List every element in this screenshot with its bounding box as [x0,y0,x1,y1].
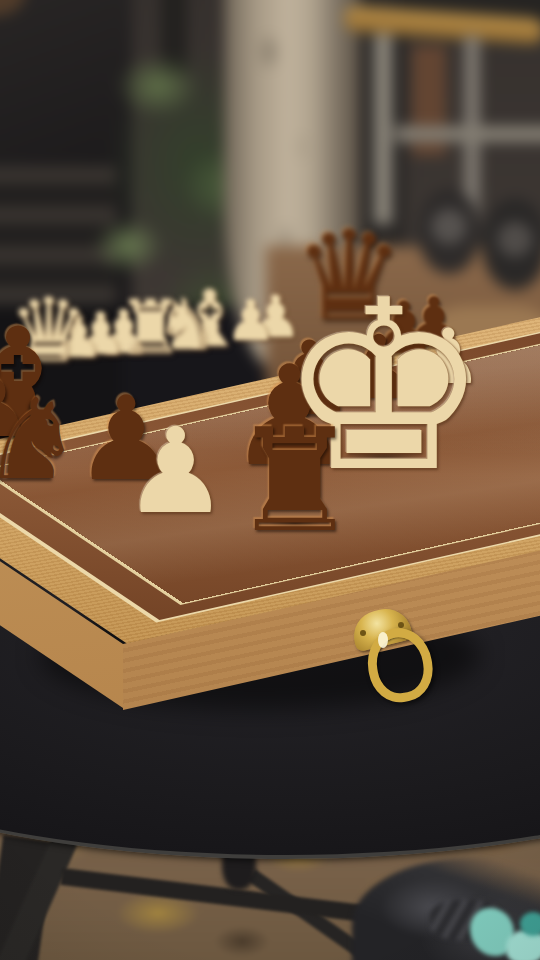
cart-wheel [482,198,540,290]
black-knight-a1: ♞ [0,383,82,495]
cart-leg [374,34,392,224]
black-rook-f3: ♜ [231,410,358,552]
clasp-highlight [378,632,388,648]
white-pawn-d2: ♟ [123,412,229,530]
white-rook-captured: ♜ [118,290,184,364]
photo-chess-scene: ♞♟♟♜♟♟♚♟♟♝♟♛♟♟♟♜♞♝♟♟♛♟♟ [0,0,540,960]
cart-bar [396,126,540,142]
teal-fabric [520,912,540,936]
clasp-screw [360,630,366,636]
